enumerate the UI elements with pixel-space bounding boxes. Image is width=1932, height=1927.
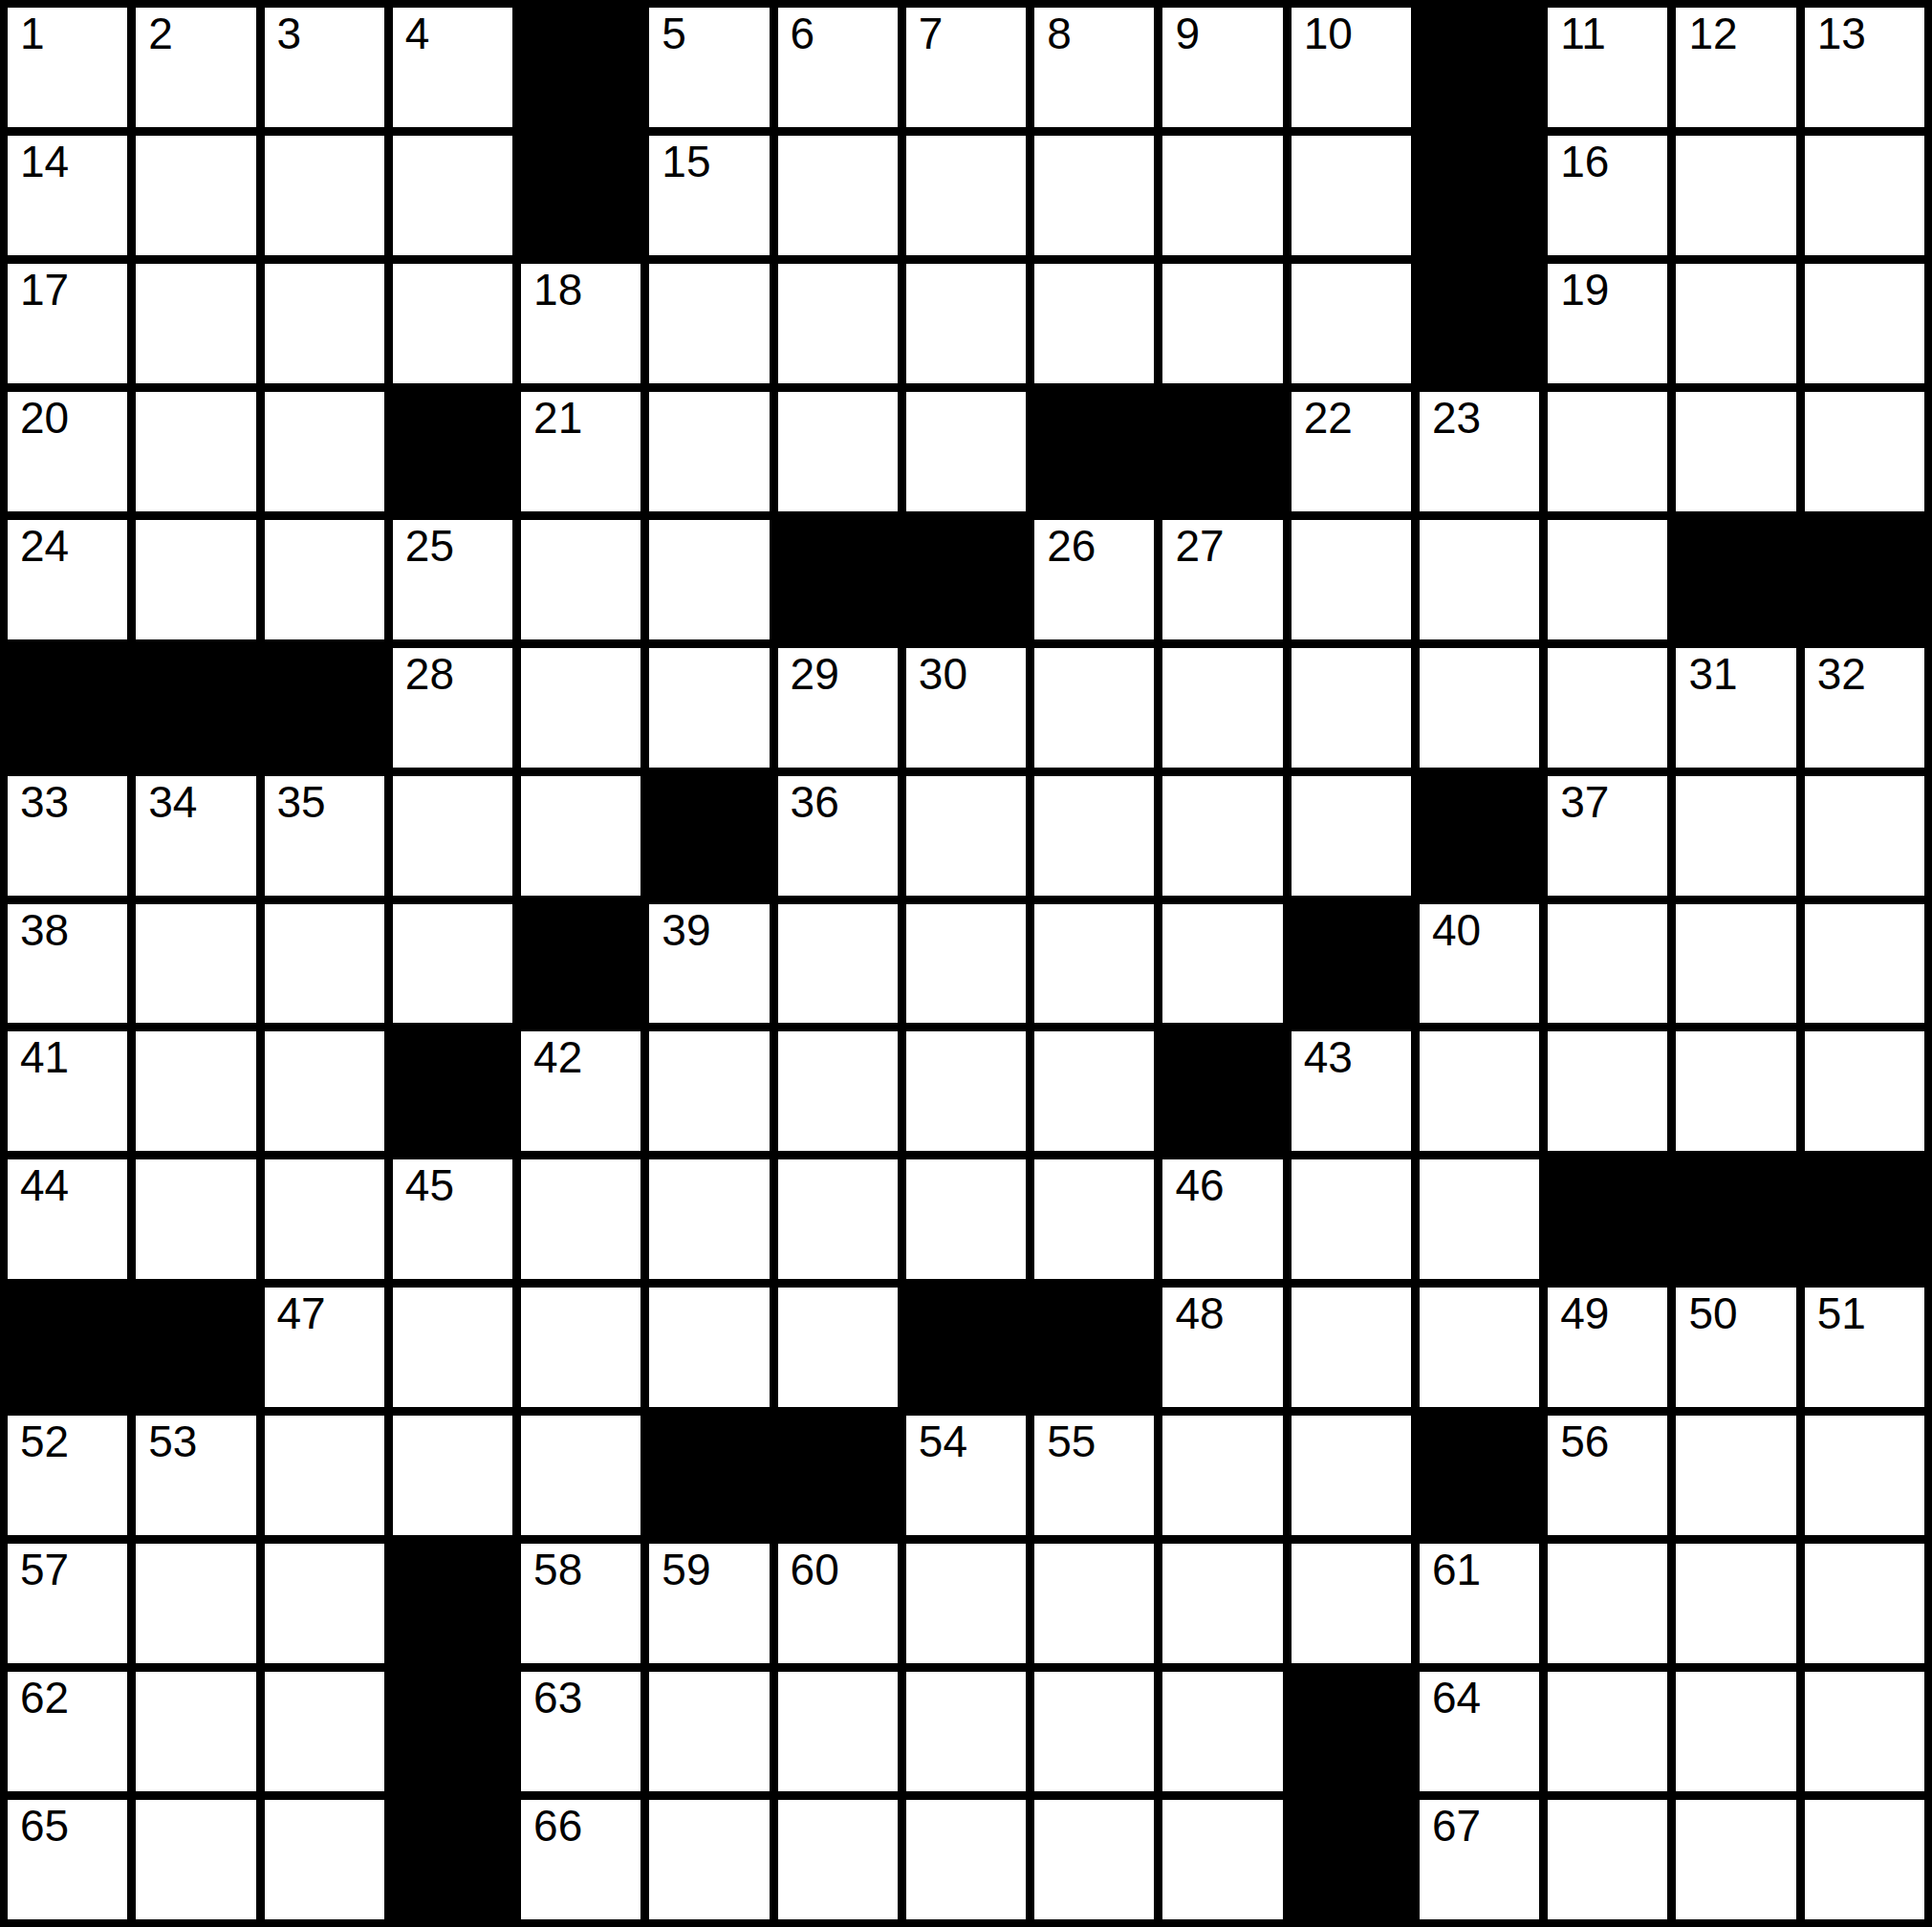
clue-number-49: 49 [1560,1291,1609,1335]
white-cell-r11c13[interactable]: 49 [1548,1288,1667,1407]
black-cell-r2c12 [1420,136,1539,255]
clue-number-5: 5 [662,11,686,55]
white-cell-r13c15[interactable] [1805,1544,1924,1663]
black-cell-r6c2 [136,648,255,768]
white-cell-r5c9[interactable]: 26 [1034,520,1154,639]
white-cell-r5c11[interactable] [1292,520,1411,639]
white-cell-r5c13[interactable] [1548,520,1667,639]
white-cell-r13c3[interactable] [265,1544,384,1663]
white-cell-r11c4[interactable] [393,1288,512,1407]
white-cell-r11c5[interactable] [521,1288,640,1407]
white-cell-r7c5[interactable] [521,776,640,896]
clue-number-22: 22 [1304,396,1353,440]
white-cell-r1c2[interactable]: 2 [136,8,255,127]
black-cell-r8c11 [1292,904,1411,1024]
clue-number-27: 27 [1175,524,1224,568]
clue-number-18: 18 [533,268,582,312]
clue-number-28: 28 [405,652,454,696]
black-cell-r12c12 [1420,1416,1539,1535]
white-cell-r9c3[interactable] [265,1031,384,1151]
black-cell-r2c5 [521,136,640,255]
white-cell-r7c1[interactable]: 33 [8,776,127,896]
white-cell-r11c6[interactable] [649,1288,769,1407]
clue-number-63: 63 [533,1676,582,1720]
clue-number-47: 47 [277,1291,326,1335]
clue-number-60: 60 [791,1548,839,1591]
clue-number-61: 61 [1432,1548,1481,1591]
clue-number-4: 4 [405,11,430,55]
white-cell-r15c8[interactable] [906,1800,1026,1919]
white-cell-r10c9[interactable] [1034,1159,1154,1279]
white-cell-r7c9[interactable] [1034,776,1154,896]
white-cell-r7c13[interactable]: 37 [1548,776,1667,896]
white-cell-r9c2[interactable] [136,1031,255,1151]
black-cell-r5c8 [906,520,1026,639]
black-cell-r14c4 [393,1672,512,1791]
clue-number-55: 55 [1047,1419,1096,1463]
white-cell-r7c15[interactable] [1805,776,1924,896]
white-cell-r13c14[interactable] [1676,1544,1795,1663]
white-cell-r15c6[interactable] [649,1800,769,1919]
white-cell-r12c2[interactable]: 53 [136,1416,255,1535]
clue-number-40: 40 [1432,908,1481,952]
white-cell-r14c14[interactable] [1676,1672,1795,1791]
white-cell-r6c4[interactable]: 28 [393,648,512,768]
white-cell-r1c15[interactable]: 13 [1805,8,1924,127]
white-cell-r11c7[interactable] [778,1288,898,1407]
white-cell-r1c10[interactable]: 9 [1162,8,1282,127]
white-cell-r10c1[interactable]: 44 [8,1159,127,1279]
white-cell-r10c6[interactable] [649,1159,769,1279]
white-cell-r8c1[interactable]: 38 [8,904,127,1024]
white-cell-r6c5[interactable] [521,648,640,768]
clue-number-24: 24 [20,524,69,568]
white-cell-r11c11[interactable] [1292,1288,1411,1407]
white-cell-r6c6[interactable] [649,648,769,768]
white-cell-r9c11[interactable]: 43 [1292,1031,1411,1151]
white-cell-r2c4[interactable] [393,136,512,255]
white-cell-r5c2[interactable] [136,520,255,639]
white-cell-r3c10[interactable] [1162,264,1282,383]
white-cell-r14c7[interactable] [778,1672,898,1791]
clue-number-37: 37 [1560,780,1609,824]
clue-number-12: 12 [1688,11,1737,55]
white-cell-r3c11[interactable] [1292,264,1411,383]
white-cell-r3c8[interactable] [906,264,1026,383]
black-cell-r11c2 [136,1288,255,1407]
white-cell-r6c7[interactable]: 29 [778,648,898,768]
clue-number-67: 67 [1432,1804,1481,1848]
white-cell-r4c15[interactable] [1805,392,1924,511]
white-cell-r12c9[interactable]: 55 [1034,1416,1154,1535]
white-cell-r4c2[interactable] [136,392,255,511]
white-cell-r15c7[interactable] [778,1800,898,1919]
clue-number-48: 48 [1175,1291,1224,1335]
clue-number-9: 9 [1175,11,1200,55]
white-cell-r14c15[interactable] [1805,1672,1924,1791]
white-cell-r8c6[interactable]: 39 [649,904,769,1024]
white-cell-r4c6[interactable] [649,392,769,511]
white-cell-r1c7[interactable]: 6 [778,8,898,127]
white-cell-r7c11[interactable] [1292,776,1411,896]
white-cell-r7c2[interactable]: 34 [136,776,255,896]
white-cell-r1c14[interactable]: 12 [1676,8,1795,127]
white-cell-r10c3[interactable] [265,1159,384,1279]
white-cell-r14c2[interactable] [136,1672,255,1791]
black-cell-r15c11 [1292,1800,1411,1919]
clue-number-45: 45 [405,1163,454,1207]
white-cell-r8c2[interactable] [136,904,255,1024]
black-cell-r5c7 [778,520,898,639]
white-cell-r4c14[interactable] [1676,392,1795,511]
clue-number-16: 16 [1560,140,1609,184]
white-cell-r15c14[interactable] [1676,1800,1795,1919]
black-cell-r4c9 [1034,392,1154,511]
white-cell-r10c7[interactable] [778,1159,898,1279]
clue-number-3: 3 [277,11,302,55]
white-cell-r2c3[interactable] [265,136,384,255]
clue-number-1: 1 [20,11,45,55]
clue-number-2: 2 [148,11,173,55]
crossword-grid: 1234567891011121314151617181920212223242… [0,0,1932,1927]
white-cell-r12c14[interactable] [1676,1416,1795,1535]
white-cell-r1c9[interactable]: 8 [1034,8,1154,127]
black-cell-r14c11 [1292,1672,1411,1791]
white-cell-r1c8[interactable]: 7 [906,8,1026,127]
white-cell-r15c2[interactable] [136,1800,255,1919]
white-cell-r13c8[interactable] [906,1544,1026,1663]
white-cell-r5c4[interactable]: 25 [393,520,512,639]
clue-number-46: 46 [1175,1163,1224,1207]
white-cell-r5c5[interactable] [521,520,640,639]
clue-number-57: 57 [20,1548,69,1591]
white-cell-r7c10[interactable] [1162,776,1282,896]
white-cell-r3c7[interactable] [778,264,898,383]
white-cell-r9c1[interactable]: 41 [8,1031,127,1151]
black-cell-r4c10 [1162,392,1282,511]
white-cell-r9c8[interactable] [906,1031,1026,1151]
clue-number-6: 6 [791,11,815,55]
white-cell-r13c2[interactable] [136,1544,255,1663]
white-cell-r9c7[interactable] [778,1031,898,1151]
white-cell-r13c1[interactable]: 57 [8,1544,127,1663]
white-cell-r14c1[interactable]: 62 [8,1672,127,1791]
white-cell-r2c1[interactable]: 14 [8,136,127,255]
clue-number-30: 30 [919,652,967,696]
clue-number-65: 65 [20,1804,69,1848]
white-cell-r12c3[interactable] [265,1416,384,1535]
white-cell-r14c12[interactable]: 64 [1420,1672,1539,1791]
white-cell-r12c1[interactable]: 52 [8,1416,127,1535]
white-cell-r5c12[interactable] [1420,520,1539,639]
white-cell-r12c15[interactable] [1805,1416,1924,1535]
white-cell-r12c10[interactable] [1162,1416,1282,1535]
black-cell-r12c7 [778,1416,898,1535]
white-cell-r9c13[interactable] [1548,1031,1667,1151]
black-cell-r4c4 [393,392,512,511]
clue-number-25: 25 [405,524,454,568]
white-cell-r3c15[interactable] [1805,264,1924,383]
clue-number-21: 21 [533,396,582,440]
white-cell-r7c4[interactable] [393,776,512,896]
white-cell-r6c9[interactable] [1034,648,1154,768]
white-cell-r6c12[interactable] [1420,648,1539,768]
white-cell-r12c5[interactable] [521,1416,640,1535]
white-cell-r1c4[interactable]: 4 [393,8,512,127]
clue-number-11: 11 [1560,11,1606,55]
clue-number-59: 59 [662,1548,710,1591]
clue-number-53: 53 [148,1419,197,1463]
white-cell-r4c5[interactable]: 21 [521,392,640,511]
clue-number-15: 15 [662,140,710,184]
white-cell-r4c3[interactable] [265,392,384,511]
white-cell-r11c15[interactable]: 51 [1805,1288,1924,1407]
black-cell-r11c1 [8,1288,127,1407]
black-cell-r11c8 [906,1288,1026,1407]
clue-number-14: 14 [20,140,69,184]
clue-number-39: 39 [662,908,710,952]
clue-number-19: 19 [1560,268,1609,312]
white-cell-r8c7[interactable] [778,904,898,1024]
white-cell-r14c10[interactable] [1162,1672,1282,1791]
white-cell-r1c6[interactable]: 5 [649,8,769,127]
clue-number-36: 36 [791,780,839,824]
white-cell-r5c1[interactable]: 24 [8,520,127,639]
white-cell-r2c13[interactable]: 16 [1548,136,1667,255]
clue-number-66: 66 [533,1804,582,1848]
white-cell-r15c5[interactable]: 66 [521,1800,640,1919]
white-cell-r14c9[interactable] [1034,1672,1154,1791]
white-cell-r10c12[interactable] [1420,1159,1539,1279]
black-cell-r1c5 [521,8,640,127]
black-cell-r9c10 [1162,1031,1282,1151]
white-cell-r1c3[interactable]: 3 [265,8,384,127]
clue-number-52: 52 [20,1419,69,1463]
clue-number-64: 64 [1432,1676,1481,1720]
white-cell-r14c3[interactable] [265,1672,384,1791]
black-cell-r5c14 [1676,520,1795,639]
white-cell-r15c9[interactable] [1034,1800,1154,1919]
black-cell-r7c6 [649,776,769,896]
black-cell-r6c1 [8,648,127,768]
black-cell-r6c3 [265,648,384,768]
white-cell-r11c3[interactable]: 47 [265,1288,384,1407]
white-cell-r8c12[interactable]: 40 [1420,904,1539,1024]
white-cell-r1c1[interactable]: 1 [8,8,127,127]
clue-number-58: 58 [533,1548,582,1591]
clue-number-10: 10 [1304,11,1353,55]
clue-number-29: 29 [791,652,839,696]
white-cell-r4c7[interactable] [778,392,898,511]
white-cell-r10c2[interactable] [136,1159,255,1279]
white-cell-r8c3[interactable] [265,904,384,1024]
white-cell-r6c10[interactable] [1162,648,1282,768]
clue-number-23: 23 [1432,396,1481,440]
clue-number-42: 42 [533,1035,582,1079]
white-cell-r9c6[interactable] [649,1031,769,1151]
clue-number-33: 33 [20,780,69,824]
clue-number-26: 26 [1047,524,1096,568]
white-cell-r13c11[interactable] [1292,1544,1411,1663]
clue-number-62: 62 [20,1676,69,1720]
white-cell-r12c4[interactable] [393,1416,512,1535]
white-cell-r2c14[interactable] [1676,136,1795,255]
white-cell-r3c14[interactable] [1676,264,1795,383]
white-cell-r14c13[interactable] [1548,1672,1667,1791]
white-cell-r3c9[interactable] [1034,264,1154,383]
white-cell-r4c13[interactable] [1548,392,1667,511]
white-cell-r10c5[interactable] [521,1159,640,1279]
white-cell-r10c4[interactable]: 45 [393,1159,512,1279]
white-cell-r4c1[interactable]: 20 [8,392,127,511]
white-cell-r13c5[interactable]: 58 [521,1544,640,1663]
white-cell-r2c2[interactable] [136,136,255,255]
white-cell-r10c8[interactable] [906,1159,1026,1279]
white-cell-r2c9[interactable] [1034,136,1154,255]
white-cell-r4c12[interactable]: 23 [1420,392,1539,511]
clue-number-34: 34 [148,780,197,824]
white-cell-r9c12[interactable] [1420,1031,1539,1151]
white-cell-r7c14[interactable] [1676,776,1795,896]
white-cell-r8c14[interactable] [1676,904,1795,1024]
white-cell-r6c11[interactable] [1292,648,1411,768]
white-cell-r4c8[interactable] [906,392,1026,511]
white-cell-r14c8[interactable] [906,1672,1026,1791]
white-cell-r7c8[interactable] [906,776,1026,896]
white-cell-r10c11[interactable] [1292,1159,1411,1279]
white-cell-r3c5[interactable]: 18 [521,264,640,383]
white-cell-r3c4[interactable] [393,264,512,383]
white-cell-r2c10[interactable] [1162,136,1282,255]
white-cell-r8c15[interactable] [1805,904,1924,1024]
clue-number-17: 17 [20,268,69,312]
white-cell-r6c8[interactable]: 30 [906,648,1026,768]
white-cell-r7c3[interactable]: 35 [265,776,384,896]
white-cell-r12c8[interactable]: 54 [906,1416,1026,1535]
white-cell-r15c13[interactable] [1548,1800,1667,1919]
clue-number-43: 43 [1304,1035,1353,1079]
white-cell-r3c3[interactable] [265,264,384,383]
white-cell-r6c14[interactable]: 31 [1676,648,1795,768]
clue-number-51: 51 [1817,1291,1866,1335]
clue-number-7: 7 [919,11,944,55]
clue-number-54: 54 [919,1419,967,1463]
clue-number-50: 50 [1688,1291,1737,1335]
white-cell-r1c11[interactable]: 10 [1292,8,1411,127]
white-cell-r3c1[interactable]: 17 [8,264,127,383]
clue-number-20: 20 [20,396,69,440]
white-cell-r13c7[interactable]: 60 [778,1544,898,1663]
white-cell-r6c15[interactable]: 32 [1805,648,1924,768]
white-cell-r8c13[interactable] [1548,904,1667,1024]
white-cell-r7c7[interactable]: 36 [778,776,898,896]
black-cell-r1c12 [1420,8,1539,127]
white-cell-r8c8[interactable] [906,904,1026,1024]
black-cell-r10c14 [1676,1159,1795,1279]
white-cell-r2c15[interactable] [1805,136,1924,255]
white-cell-r3c6[interactable] [649,264,769,383]
white-cell-r11c10[interactable]: 48 [1162,1288,1282,1407]
clue-number-38: 38 [20,908,69,952]
black-cell-r7c12 [1420,776,1539,896]
white-cell-r2c7[interactable] [778,136,898,255]
white-cell-r9c14[interactable] [1676,1031,1795,1151]
white-cell-r8c10[interactable] [1162,904,1282,1024]
white-cell-r9c9[interactable] [1034,1031,1154,1151]
white-cell-r15c1[interactable]: 65 [8,1800,127,1919]
white-cell-r9c5[interactable]: 42 [521,1031,640,1151]
white-cell-r4c11[interactable]: 22 [1292,392,1411,511]
white-cell-r1c13[interactable]: 11 [1548,8,1667,127]
clue-number-44: 44 [20,1163,69,1207]
clue-number-31: 31 [1688,652,1737,696]
white-cell-r5c6[interactable] [649,520,769,639]
white-cell-r9c15[interactable] [1805,1031,1924,1151]
white-cell-r8c9[interactable] [1034,904,1154,1024]
white-cell-r15c12[interactable]: 67 [1420,1800,1539,1919]
white-cell-r11c14[interactable]: 50 [1676,1288,1795,1407]
black-cell-r13c4 [393,1544,512,1663]
black-cell-r10c15 [1805,1159,1924,1279]
clue-number-32: 32 [1817,652,1866,696]
black-cell-r10c13 [1548,1159,1667,1279]
white-cell-r10c10[interactable]: 46 [1162,1159,1282,1279]
white-cell-r13c13[interactable] [1548,1544,1667,1663]
white-cell-r13c10[interactable] [1162,1544,1282,1663]
white-cell-r2c11[interactable] [1292,136,1411,255]
black-cell-r3c12 [1420,264,1539,383]
black-cell-r11c9 [1034,1288,1154,1407]
black-cell-r9c4 [393,1031,512,1151]
white-cell-r12c11[interactable] [1292,1416,1411,1535]
white-cell-r12c13[interactable]: 56 [1548,1416,1667,1535]
white-cell-r2c8[interactable] [906,136,1026,255]
white-cell-r3c2[interactable] [136,264,255,383]
white-cell-r13c12[interactable]: 61 [1420,1544,1539,1663]
white-cell-r15c15[interactable] [1805,1800,1924,1919]
clue-number-35: 35 [277,780,326,824]
white-cell-r8c4[interactable] [393,904,512,1024]
clue-number-8: 8 [1047,11,1072,55]
white-cell-r13c6[interactable]: 59 [649,1544,769,1663]
white-cell-r3c13[interactable]: 19 [1548,264,1667,383]
black-cell-r5c15 [1805,520,1924,639]
clue-number-41: 41 [20,1035,69,1079]
clue-number-13: 13 [1817,11,1866,55]
black-cell-r12c6 [649,1416,769,1535]
clue-number-56: 56 [1560,1419,1609,1463]
black-cell-r15c4 [393,1800,512,1919]
white-cell-r15c10[interactable] [1162,1800,1282,1919]
white-cell-r2c6[interactable]: 15 [649,136,769,255]
white-cell-r15c3[interactable] [265,1800,384,1919]
white-cell-r5c3[interactable] [265,520,384,639]
white-cell-r5c10[interactable]: 27 [1162,520,1282,639]
white-cell-r11c12[interactable] [1420,1288,1539,1407]
white-cell-r13c9[interactable] [1034,1544,1154,1663]
white-cell-r14c6[interactable] [649,1672,769,1791]
white-cell-r6c13[interactable] [1548,648,1667,768]
black-cell-r8c5 [521,904,640,1024]
white-cell-r14c5[interactable]: 63 [521,1672,640,1791]
